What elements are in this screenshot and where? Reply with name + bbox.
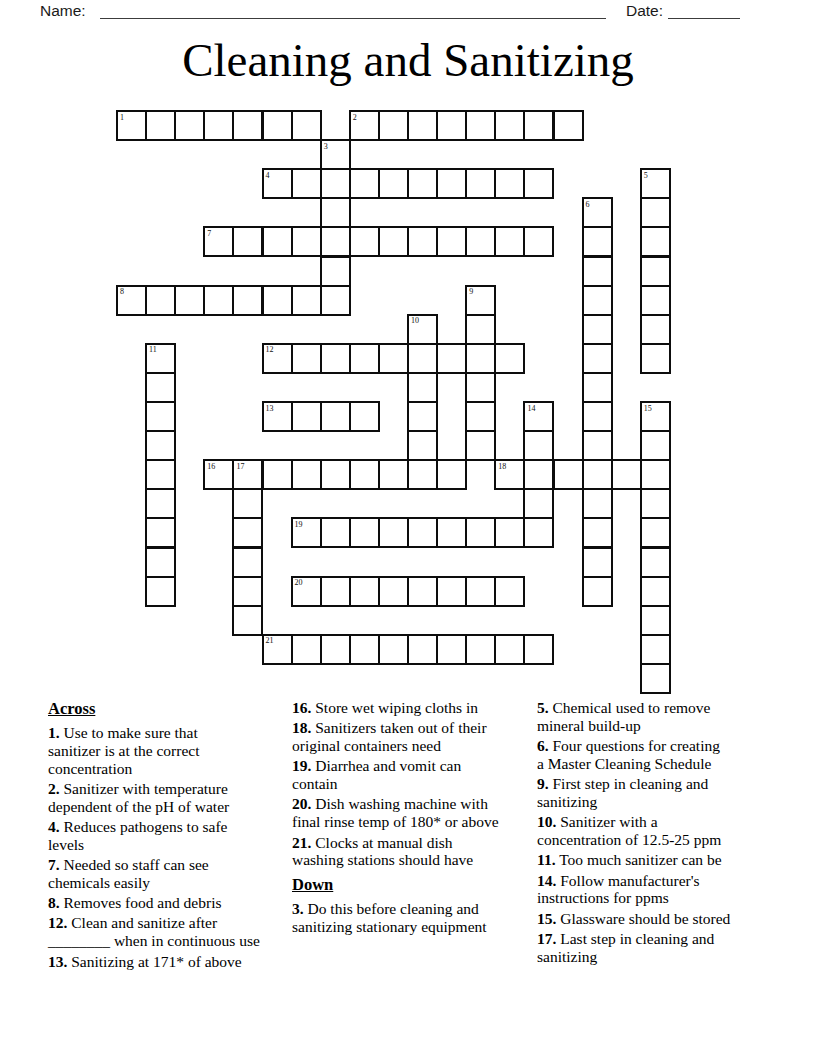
clue-down-6: 6. Four questions for creatinga Master C… bbox=[537, 737, 787, 773]
grid-cell-r4c12[interactable] bbox=[465, 226, 496, 257]
grid-cell-r13c14[interactable] bbox=[523, 488, 554, 519]
grid-cell-r12c9[interactable] bbox=[378, 459, 409, 490]
grid-cell-r8c6[interactable] bbox=[291, 343, 322, 374]
grid-cell-r13c16[interactable] bbox=[582, 488, 613, 519]
grid-cell-r9c12[interactable] bbox=[465, 372, 496, 403]
grid-cell-r16c10[interactable] bbox=[407, 576, 438, 607]
clue-across-2: 2. Sanitizer with temperaturedependent o… bbox=[48, 780, 298, 816]
grid-cell-r12c14[interactable] bbox=[523, 459, 554, 490]
grid-cell-r17c18[interactable] bbox=[640, 605, 671, 636]
clue-down-9: 9. First step in cleaning andsanitizing bbox=[537, 775, 787, 811]
cell-number-20: 20 bbox=[295, 578, 303, 587]
grid-cell-r4c11[interactable] bbox=[436, 226, 467, 257]
grid-cell-r0c1[interactable] bbox=[145, 110, 176, 141]
grid-cell-r14c14[interactable] bbox=[523, 517, 554, 548]
cell-number-18: 18 bbox=[498, 462, 506, 471]
clue-across-18: 18. Sanitizers taken out of theirorigina… bbox=[292, 719, 542, 755]
grid-cell-r10c16[interactable] bbox=[582, 401, 613, 432]
grid-cell-r14c8[interactable] bbox=[349, 517, 380, 548]
clue-down-15: 15. Glassware should be stored bbox=[537, 910, 787, 928]
grid-cell-r6c5[interactable] bbox=[262, 285, 293, 316]
grid-cell-r4c7[interactable] bbox=[320, 226, 351, 257]
cell-number-4: 4 bbox=[266, 171, 270, 180]
grid-cell-r18c12[interactable] bbox=[465, 634, 496, 665]
grid-cell-r0c4[interactable] bbox=[232, 110, 263, 141]
grid-cell-r2c10[interactable] bbox=[407, 168, 438, 199]
grid-cell-r13c18[interactable] bbox=[640, 488, 671, 519]
grid-cell-r18c9[interactable] bbox=[378, 634, 409, 665]
grid-cell-r6c16[interactable] bbox=[582, 285, 613, 316]
page-title: Cleaning and Sanitizing bbox=[0, 33, 816, 87]
crossword-grid: 123456789101112131415161718192021 bbox=[116, 110, 672, 695]
grid-cell-r16c18[interactable] bbox=[640, 576, 671, 607]
grid-cell-r2c5[interactable]: 4 bbox=[262, 168, 293, 199]
grid-cell-r7c16[interactable] bbox=[582, 314, 613, 345]
clue-across-12: 12. Clean and sanitize after________ whe… bbox=[48, 914, 298, 950]
grid-cell-r14c9[interactable] bbox=[378, 517, 409, 548]
clue-across-19: 19. Diarrhea and vomit cancontain bbox=[292, 757, 542, 793]
grid-cell-r0c15[interactable] bbox=[553, 110, 584, 141]
grid-cell-r8c1[interactable]: 11 bbox=[145, 343, 176, 374]
grid-cell-r16c12[interactable] bbox=[465, 576, 496, 607]
grid-cell-r16c8[interactable] bbox=[349, 576, 380, 607]
grid-cell-r8c12[interactable] bbox=[465, 343, 496, 374]
grid-cell-r2c14[interactable] bbox=[523, 168, 554, 199]
grid-cell-r12c6[interactable] bbox=[291, 459, 322, 490]
clue-down-10: 10. Sanitizer with aconcentration of 12.… bbox=[537, 813, 787, 849]
clue-down-5: 5. Chemical used to removemineral build-… bbox=[537, 699, 787, 735]
grid-cell-r10c14[interactable]: 14 bbox=[523, 401, 554, 432]
grid-cell-r18c18[interactable] bbox=[640, 634, 671, 665]
grid-cell-r11c10[interactable] bbox=[407, 430, 438, 461]
grid-cell-r10c7[interactable] bbox=[320, 401, 351, 432]
grid-cell-r3c18[interactable] bbox=[640, 197, 671, 228]
grid-cell-r13c4[interactable] bbox=[232, 488, 263, 519]
grid-cell-r18c11[interactable] bbox=[436, 634, 467, 665]
grid-cell-r9c16[interactable] bbox=[582, 372, 613, 403]
grid-cell-r10c1[interactable] bbox=[145, 401, 176, 432]
grid-cell-r14c11[interactable] bbox=[436, 517, 467, 548]
cell-number-14: 14 bbox=[527, 404, 535, 413]
grid-cell-r12c8[interactable] bbox=[349, 459, 380, 490]
grid-cell-r0c6[interactable] bbox=[291, 110, 322, 141]
grid-cell-r12c11[interactable] bbox=[436, 459, 467, 490]
grid-cell-r10c18[interactable]: 15 bbox=[640, 401, 671, 432]
grid-cell-r6c2[interactable] bbox=[174, 285, 205, 316]
grid-cell-r6c4[interactable] bbox=[232, 285, 263, 316]
cell-number-21: 21 bbox=[266, 636, 274, 645]
clue-down-11: 11. Too much sanitizer can be bbox=[537, 851, 787, 869]
grid-cell-r6c18[interactable] bbox=[640, 285, 671, 316]
grid-cell-r14c1[interactable] bbox=[145, 517, 176, 548]
grid-cell-r16c16[interactable] bbox=[582, 576, 613, 607]
grid-cell-r5c16[interactable] bbox=[582, 256, 613, 287]
grid-cell-r0c10[interactable] bbox=[407, 110, 438, 141]
grid-cell-r3c16[interactable]: 6 bbox=[582, 197, 613, 228]
grid-cell-r14c13[interactable] bbox=[494, 517, 525, 548]
date-input-line[interactable] bbox=[668, 3, 740, 19]
grid-cell-r19c18[interactable] bbox=[640, 663, 671, 694]
grid-cell-r2c12[interactable] bbox=[465, 168, 496, 199]
cell-number-17: 17 bbox=[236, 462, 244, 471]
grid-cell-r12c17[interactable] bbox=[611, 459, 642, 490]
grid-cell-r4c16[interactable] bbox=[582, 226, 613, 257]
grid-cell-r12c16[interactable] bbox=[582, 459, 613, 490]
clue-down-3: 3. Do this before cleaning andsanitizing… bbox=[292, 900, 542, 936]
cell-number-6: 6 bbox=[586, 200, 590, 209]
clue-column-middle: 16. Store wet wiping cloths in18. Saniti… bbox=[292, 699, 542, 938]
grid-cell-r0c12[interactable] bbox=[465, 110, 496, 141]
grid-cell-r8c11[interactable] bbox=[436, 343, 467, 374]
name-input-line[interactable] bbox=[100, 3, 606, 19]
grid-cell-r10c12[interactable] bbox=[465, 401, 496, 432]
date-label: Date: bbox=[626, 2, 663, 20]
grid-cell-r16c1[interactable] bbox=[145, 576, 176, 607]
grid-cell-r8c5[interactable]: 12 bbox=[262, 343, 293, 374]
grid-cell-r0c8[interactable]: 2 bbox=[349, 110, 380, 141]
grid-cell-r9c10[interactable] bbox=[407, 372, 438, 403]
grid-cell-r15c18[interactable] bbox=[640, 547, 671, 578]
clue-down-14: 14. Follow manufacturer'sinstructions fo… bbox=[537, 872, 787, 908]
grid-cell-r8c9[interactable] bbox=[378, 343, 409, 374]
grid-cell-r3c7[interactable] bbox=[320, 197, 351, 228]
grid-cell-r12c13[interactable]: 18 bbox=[494, 459, 525, 490]
grid-cell-r11c18[interactable] bbox=[640, 430, 671, 461]
grid-cell-r0c14[interactable] bbox=[523, 110, 554, 141]
clue-across-21: 21. Clocks at manual dishwashing station… bbox=[292, 834, 542, 870]
grid-cell-r7c12[interactable] bbox=[465, 314, 496, 345]
cell-number-3: 3 bbox=[324, 142, 328, 151]
clue-column-down: 5. Chemical used to removemineral build-… bbox=[537, 699, 787, 968]
cell-number-8: 8 bbox=[120, 287, 124, 296]
name-label: Name: bbox=[40, 2, 86, 20]
grid-cell-r9c1[interactable] bbox=[145, 372, 176, 403]
grid-cell-r16c11[interactable] bbox=[436, 576, 467, 607]
grid-cell-r8c18[interactable] bbox=[640, 343, 671, 374]
grid-cell-r18c10[interactable] bbox=[407, 634, 438, 665]
grid-cell-r0c11[interactable] bbox=[436, 110, 467, 141]
grid-cell-r10c8[interactable] bbox=[349, 401, 380, 432]
cell-number-10: 10 bbox=[411, 316, 419, 325]
grid-cell-r8c7[interactable] bbox=[320, 343, 351, 374]
grid-cell-r7c10[interactable]: 10 bbox=[407, 314, 438, 345]
grid-cell-r14c6[interactable]: 19 bbox=[291, 517, 322, 548]
grid-cell-r4c14[interactable] bbox=[523, 226, 554, 257]
grid-cell-r4c5[interactable] bbox=[262, 226, 293, 257]
grid-cell-r2c6[interactable] bbox=[291, 168, 322, 199]
grid-cell-r10c10[interactable] bbox=[407, 401, 438, 432]
grid-cell-r0c0[interactable]: 1 bbox=[116, 110, 147, 141]
grid-cell-r2c9[interactable] bbox=[378, 168, 409, 199]
grid-cell-r16c4[interactable] bbox=[232, 576, 263, 607]
grid-cell-r11c1[interactable] bbox=[145, 430, 176, 461]
clue-column-across: Across1. Use to make sure thatsanitizer … bbox=[48, 699, 298, 973]
grid-cell-r18c5[interactable]: 21 bbox=[262, 634, 293, 665]
grid-cell-r6c12[interactable]: 9 bbox=[465, 285, 496, 316]
grid-cell-r15c4[interactable] bbox=[232, 547, 263, 578]
grid-cell-r0c13[interactable] bbox=[494, 110, 525, 141]
grid-cell-r8c16[interactable] bbox=[582, 343, 613, 374]
grid-cell-r5c18[interactable] bbox=[640, 256, 671, 287]
grid-cell-r4c3[interactable]: 7 bbox=[203, 226, 234, 257]
grid-cell-r10c5[interactable]: 13 bbox=[262, 401, 293, 432]
grid-cell-r5c7[interactable] bbox=[320, 256, 351, 287]
grid-cell-r16c13[interactable] bbox=[494, 576, 525, 607]
clue-across-16: 16. Store wet wiping cloths in bbox=[292, 699, 542, 717]
grid-cell-r4c8[interactable] bbox=[349, 226, 380, 257]
grid-cell-r18c6[interactable] bbox=[291, 634, 322, 665]
clue-across-1: 1. Use to make sure thatsanitizer is at … bbox=[48, 724, 298, 777]
grid-cell-r16c7[interactable] bbox=[320, 576, 351, 607]
grid-cell-r16c9[interactable] bbox=[378, 576, 409, 607]
grid-cell-r7c18[interactable] bbox=[640, 314, 671, 345]
cell-number-12: 12 bbox=[266, 345, 274, 354]
cell-number-11: 11 bbox=[149, 345, 157, 354]
clue-across-13: 13. Sanitizing at 171* of above bbox=[48, 953, 298, 971]
grid-cell-r12c5[interactable] bbox=[262, 459, 293, 490]
grid-cell-r14c4[interactable] bbox=[232, 517, 263, 548]
grid-cell-r0c9[interactable] bbox=[378, 110, 409, 141]
grid-cell-r17c4[interactable] bbox=[232, 605, 263, 636]
grid-cell-r2c18[interactable]: 5 bbox=[640, 168, 671, 199]
cell-number-13: 13 bbox=[266, 404, 274, 413]
cell-number-7: 7 bbox=[207, 229, 211, 238]
grid-cell-r4c9[interactable] bbox=[378, 226, 409, 257]
grid-cell-r4c6[interactable] bbox=[291, 226, 322, 257]
grid-cell-r18c13[interactable] bbox=[494, 634, 525, 665]
grid-cell-r4c13[interactable] bbox=[494, 226, 525, 257]
grid-cell-r2c7[interactable] bbox=[320, 168, 351, 199]
cell-number-19: 19 bbox=[295, 520, 303, 529]
cell-number-16: 16 bbox=[207, 462, 215, 471]
grid-cell-r4c4[interactable] bbox=[232, 226, 263, 257]
grid-cell-r12c18[interactable] bbox=[640, 459, 671, 490]
grid-cell-r12c3[interactable]: 16 bbox=[203, 459, 234, 490]
grid-cell-r4c18[interactable] bbox=[640, 226, 671, 257]
grid-cell-r18c14[interactable] bbox=[523, 634, 554, 665]
clue-across-4: 4. Reduces pathogens to safelevels bbox=[48, 818, 298, 854]
cell-number-15: 15 bbox=[644, 404, 652, 413]
grid-cell-r12c4[interactable]: 17 bbox=[232, 459, 263, 490]
grid-cell-r10c6[interactable] bbox=[291, 401, 322, 432]
grid-cell-r11c14[interactable] bbox=[523, 430, 554, 461]
grid-cell-r8c8[interactable] bbox=[349, 343, 380, 374]
grid-cell-r12c7[interactable] bbox=[320, 459, 351, 490]
grid-cell-r15c1[interactable] bbox=[145, 547, 176, 578]
grid-cell-r12c10[interactable] bbox=[407, 459, 438, 490]
grid-cell-r0c5[interactable] bbox=[262, 110, 293, 141]
grid-cell-r8c10[interactable] bbox=[407, 343, 438, 374]
grid-cell-r14c10[interactable] bbox=[407, 517, 438, 548]
clue-across-8: 8. Removes food and debris bbox=[48, 894, 298, 912]
grid-cell-r2c11[interactable] bbox=[436, 168, 467, 199]
grid-cell-r4c10[interactable] bbox=[407, 226, 438, 257]
grid-cell-r14c18[interactable] bbox=[640, 517, 671, 548]
grid-cell-r16c6[interactable]: 20 bbox=[291, 576, 322, 607]
cell-number-1: 1 bbox=[120, 113, 124, 122]
grid-cell-r14c12[interactable] bbox=[465, 517, 496, 548]
grid-cell-r14c7[interactable] bbox=[320, 517, 351, 548]
cell-number-9: 9 bbox=[469, 287, 473, 296]
clue-across-7: 7. Needed so staff can seechemicals easi… bbox=[48, 856, 298, 892]
grid-cell-r12c1[interactable] bbox=[145, 459, 176, 490]
clues-heading-down: Down bbox=[292, 875, 542, 895]
grid-cell-r6c6[interactable] bbox=[291, 285, 322, 316]
grid-cell-r8c13[interactable] bbox=[494, 343, 525, 374]
grid-cell-r13c1[interactable] bbox=[145, 488, 176, 519]
grid-cell-r11c16[interactable] bbox=[582, 430, 613, 461]
grid-cell-r0c3[interactable] bbox=[203, 110, 234, 141]
grid-cell-r14c16[interactable] bbox=[582, 517, 613, 548]
grid-cell-r18c8[interactable] bbox=[349, 634, 380, 665]
grid-cell-r1c7[interactable]: 3 bbox=[320, 139, 351, 170]
grid-cell-r6c1[interactable] bbox=[145, 285, 176, 316]
grid-cell-r6c7[interactable] bbox=[320, 285, 351, 316]
grid-cell-r6c0[interactable]: 8 bbox=[116, 285, 147, 316]
grid-cell-r12c15[interactable] bbox=[553, 459, 584, 490]
grid-cell-r15c16[interactable] bbox=[582, 547, 613, 578]
cell-number-2: 2 bbox=[353, 113, 357, 122]
grid-cell-r11c12[interactable] bbox=[465, 430, 496, 461]
clue-down-17: 17. Last step in cleaning andsanitizing bbox=[537, 930, 787, 966]
grid-cell-r2c8[interactable] bbox=[349, 168, 380, 199]
clues-heading-across: Across bbox=[48, 699, 298, 719]
cell-number-5: 5 bbox=[644, 171, 648, 180]
grid-cell-r2c13[interactable] bbox=[494, 168, 525, 199]
grid-cell-r18c7[interactable] bbox=[320, 634, 351, 665]
grid-cell-r0c2[interactable] bbox=[174, 110, 205, 141]
grid-cell-r6c3[interactable] bbox=[203, 285, 234, 316]
clue-across-20: 20. Dish washing machine withfinal rinse… bbox=[292, 795, 542, 831]
